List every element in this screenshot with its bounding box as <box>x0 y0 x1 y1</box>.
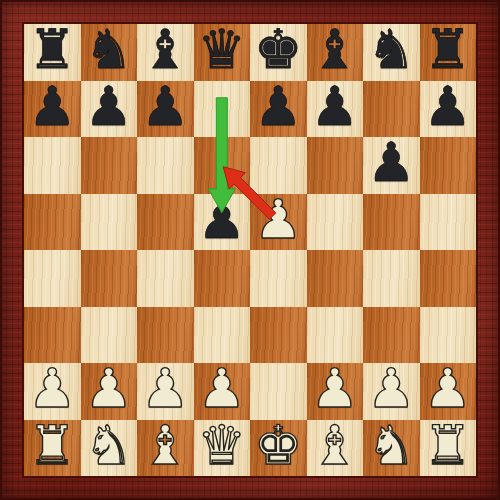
square-b2[interactable]: ♟ <box>81 363 138 420</box>
piece-black-knight[interactable]: ♞ <box>363 24 420 79</box>
piece-black-pawn[interactable]: ♟ <box>420 81 477 136</box>
piece-black-rook[interactable]: ♜ <box>420 24 477 79</box>
square-f1[interactable]: ♝ <box>307 420 364 477</box>
square-c3[interactable] <box>137 307 194 364</box>
square-e4[interactable] <box>250 250 307 307</box>
board-area: ♜♞♝♛♚♝♞♜♟♟♟♟♟♟♟♟♟♟♟♟♟♟♟♟♜♞♝♛♚♝♞♜ <box>24 24 476 476</box>
square-f2[interactable]: ♟ <box>307 363 364 420</box>
square-h3[interactable] <box>420 307 477 364</box>
square-g7[interactable] <box>363 81 420 138</box>
square-c6[interactable] <box>137 137 194 194</box>
piece-white-pawn[interactable]: ♟ <box>81 363 138 418</box>
square-b6[interactable] <box>81 137 138 194</box>
piece-white-bishop[interactable]: ♝ <box>307 420 364 475</box>
square-d7[interactable] <box>194 81 251 138</box>
square-f5[interactable] <box>307 194 364 251</box>
square-a4[interactable] <box>24 250 81 307</box>
square-b5[interactable] <box>81 194 138 251</box>
piece-white-pawn[interactable]: ♟ <box>250 194 307 249</box>
square-h1[interactable]: ♜ <box>420 420 477 477</box>
square-b1[interactable]: ♞ <box>81 420 138 477</box>
piece-white-pawn[interactable]: ♟ <box>420 363 477 418</box>
square-a6[interactable] <box>24 137 81 194</box>
square-c8[interactable]: ♝ <box>137 24 194 81</box>
piece-black-bishop[interactable]: ♝ <box>137 24 194 79</box>
piece-black-rook[interactable]: ♜ <box>24 24 81 79</box>
piece-white-pawn[interactable]: ♟ <box>24 363 81 418</box>
square-b8[interactable]: ♞ <box>81 24 138 81</box>
square-e5[interactable]: ♟ <box>250 194 307 251</box>
square-c2[interactable]: ♟ <box>137 363 194 420</box>
square-h7[interactable]: ♟ <box>420 81 477 138</box>
square-b4[interactable] <box>81 250 138 307</box>
square-a2[interactable]: ♟ <box>24 363 81 420</box>
square-a7[interactable]: ♟ <box>24 81 81 138</box>
piece-white-pawn[interactable]: ♟ <box>307 363 364 418</box>
piece-black-bishop[interactable]: ♝ <box>307 24 364 79</box>
square-g3[interactable] <box>363 307 420 364</box>
piece-white-bishop[interactable]: ♝ <box>137 420 194 475</box>
piece-black-pawn[interactable]: ♟ <box>250 81 307 136</box>
square-d2[interactable]: ♟ <box>194 363 251 420</box>
square-g8[interactable]: ♞ <box>363 24 420 81</box>
square-e6[interactable] <box>250 137 307 194</box>
piece-black-knight[interactable]: ♞ <box>81 24 138 79</box>
board-frame: ♜♞♝♛♚♝♞♜♟♟♟♟♟♟♟♟♟♟♟♟♟♟♟♟♜♞♝♛♚♝♞♜ <box>0 0 500 500</box>
piece-black-pawn[interactable]: ♟ <box>81 81 138 136</box>
square-a1[interactable]: ♜ <box>24 420 81 477</box>
square-e1[interactable]: ♚ <box>250 420 307 477</box>
square-e3[interactable] <box>250 307 307 364</box>
piece-black-queen[interactable]: ♛ <box>194 24 251 79</box>
piece-white-knight[interactable]: ♞ <box>81 420 138 475</box>
square-a5[interactable] <box>24 194 81 251</box>
piece-white-knight[interactable]: ♞ <box>363 420 420 475</box>
square-g5[interactable] <box>363 194 420 251</box>
piece-white-pawn[interactable]: ♟ <box>194 363 251 418</box>
square-c5[interactable] <box>137 194 194 251</box>
square-f4[interactable] <box>307 250 364 307</box>
square-b3[interactable] <box>81 307 138 364</box>
piece-white-rook[interactable]: ♜ <box>24 420 81 475</box>
square-h5[interactable] <box>420 194 477 251</box>
square-e7[interactable]: ♟ <box>250 81 307 138</box>
square-c4[interactable] <box>137 250 194 307</box>
board: ♜♞♝♛♚♝♞♜♟♟♟♟♟♟♟♟♟♟♟♟♟♟♟♟♜♞♝♛♚♝♞♜ <box>24 24 476 476</box>
square-c1[interactable]: ♝ <box>137 420 194 477</box>
piece-black-pawn[interactable]: ♟ <box>194 194 251 249</box>
square-h4[interactable] <box>420 250 477 307</box>
square-d8[interactable]: ♛ <box>194 24 251 81</box>
square-d5[interactable]: ♟ <box>194 194 251 251</box>
square-g6[interactable]: ♟ <box>363 137 420 194</box>
square-h2[interactable]: ♟ <box>420 363 477 420</box>
piece-black-pawn[interactable]: ♟ <box>307 81 364 136</box>
square-f8[interactable]: ♝ <box>307 24 364 81</box>
piece-black-pawn[interactable]: ♟ <box>137 81 194 136</box>
square-a3[interactable] <box>24 307 81 364</box>
piece-white-queen[interactable]: ♛ <box>194 420 251 475</box>
piece-black-pawn[interactable]: ♟ <box>363 137 420 192</box>
piece-white-pawn[interactable]: ♟ <box>363 363 420 418</box>
piece-white-pawn[interactable]: ♟ <box>137 363 194 418</box>
square-g1[interactable]: ♞ <box>363 420 420 477</box>
square-g2[interactable]: ♟ <box>363 363 420 420</box>
square-d1[interactable]: ♛ <box>194 420 251 477</box>
piece-white-rook[interactable]: ♜ <box>420 420 477 475</box>
square-d6[interactable] <box>194 137 251 194</box>
square-d3[interactable] <box>194 307 251 364</box>
square-e2[interactable] <box>250 363 307 420</box>
square-g4[interactable] <box>363 250 420 307</box>
square-h8[interactable]: ♜ <box>420 24 477 81</box>
square-c7[interactable]: ♟ <box>137 81 194 138</box>
square-d4[interactable] <box>194 250 251 307</box>
piece-white-king[interactable]: ♚ <box>250 420 307 475</box>
piece-black-pawn[interactable]: ♟ <box>24 81 81 136</box>
square-b7[interactable]: ♟ <box>81 81 138 138</box>
square-h6[interactable] <box>420 137 477 194</box>
square-a8[interactable]: ♜ <box>24 24 81 81</box>
square-f7[interactable]: ♟ <box>307 81 364 138</box>
square-f6[interactable] <box>307 137 364 194</box>
square-e8[interactable]: ♚ <box>250 24 307 81</box>
piece-black-king[interactable]: ♚ <box>250 24 307 79</box>
square-f3[interactable] <box>307 307 364 364</box>
